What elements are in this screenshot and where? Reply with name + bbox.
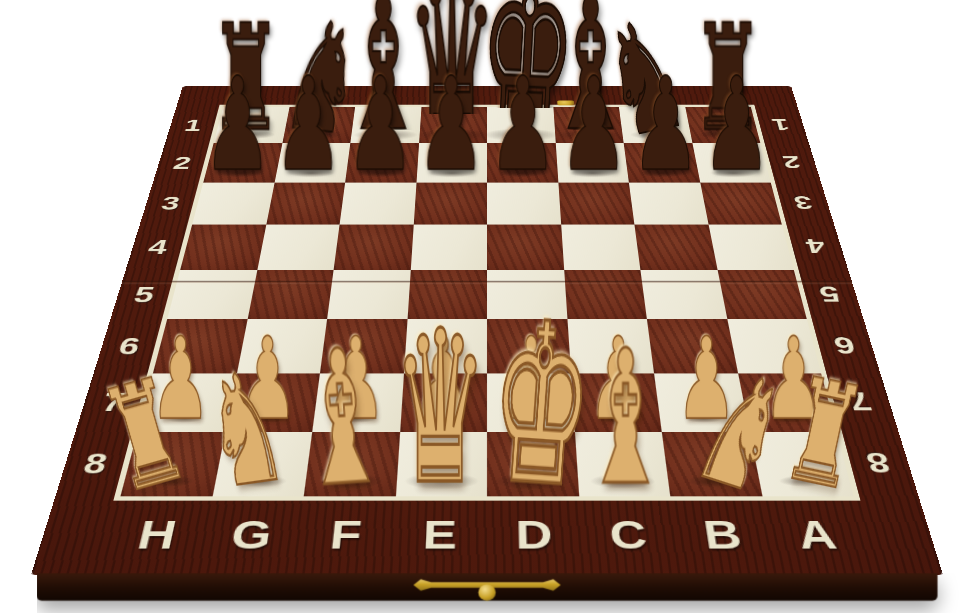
square-g2[interactable] <box>274 143 350 182</box>
square-f2[interactable] <box>345 143 418 182</box>
square-f3[interactable] <box>340 182 416 224</box>
rank-label-left-5: 5 <box>118 281 170 307</box>
square-b2[interactable] <box>624 143 700 182</box>
square-b1[interactable] <box>619 107 692 143</box>
square-d4[interactable] <box>487 224 564 270</box>
square-a4[interactable] <box>708 224 794 270</box>
file-label-C: C <box>587 508 670 563</box>
rank-label-left-2: 2 <box>160 152 206 173</box>
square-g3[interactable] <box>266 182 345 224</box>
square-f1[interactable] <box>350 107 421 143</box>
square-c2[interactable] <box>555 143 628 182</box>
rank-label-right-8: 8 <box>848 446 909 480</box>
file-label-E: E <box>399 508 479 563</box>
square-e1[interactable] <box>419 107 487 143</box>
square-c1[interactable] <box>553 107 624 143</box>
rank-label-left-3: 3 <box>147 192 194 214</box>
square-b4[interactable] <box>634 224 717 270</box>
square-h4[interactable] <box>180 224 266 270</box>
square-h3[interactable] <box>192 182 274 224</box>
square-d1[interactable] <box>487 107 555 143</box>
square-h2[interactable] <box>203 143 282 182</box>
square-c4[interactable] <box>561 224 641 270</box>
piece-white-queen-e8[interactable]: ♛ <box>393 304 488 515</box>
square-b3[interactable] <box>629 182 708 224</box>
square-g1[interactable] <box>282 107 355 143</box>
photo-stage: 1122334455667788HGFEDCBA♜♞♝♚♛♝♞♜♟♟♟♟♟♟♟♟… <box>0 0 970 613</box>
square-e2[interactable] <box>416 143 487 182</box>
rank-label-right-5: 5 <box>804 281 856 307</box>
square-d3[interactable] <box>487 182 561 224</box>
piece-white-king-d8[interactable]: ♚ <box>484 292 599 520</box>
piece-white-bishop-c8[interactable]: ♝ <box>583 326 669 511</box>
square-a3[interactable] <box>700 182 782 224</box>
square-d2[interactable] <box>487 143 558 182</box>
square-a2[interactable] <box>692 143 771 182</box>
square-f4[interactable] <box>334 224 414 270</box>
piece-white-bishop-f8[interactable]: ♝ <box>292 323 391 514</box>
rank-label-right-2: 2 <box>769 152 815 173</box>
rank-label-right-4: 4 <box>791 235 841 259</box>
rank-label-left-4: 4 <box>133 235 183 259</box>
file-label-F: F <box>303 508 386 563</box>
file-label-B: B <box>680 508 767 563</box>
square-e3[interactable] <box>413 182 487 224</box>
board-front-edge <box>37 573 938 600</box>
square-a1[interactable] <box>685 107 761 143</box>
square-c3[interactable] <box>558 182 634 224</box>
file-label-H: H <box>111 508 202 563</box>
square-h1[interactable] <box>214 107 290 143</box>
file-label-A: A <box>772 508 863 563</box>
brass-latch-knob-icon <box>478 584 495 600</box>
square-g4[interactable] <box>257 224 340 270</box>
chess-board: 1122334455667788HGFEDCBA♜♞♝♚♛♝♞♜♟♟♟♟♟♟♟♟… <box>31 86 943 575</box>
square-e4[interactable] <box>410 224 487 270</box>
rank-label-right-3: 3 <box>780 192 827 214</box>
file-label-G: G <box>207 508 294 563</box>
